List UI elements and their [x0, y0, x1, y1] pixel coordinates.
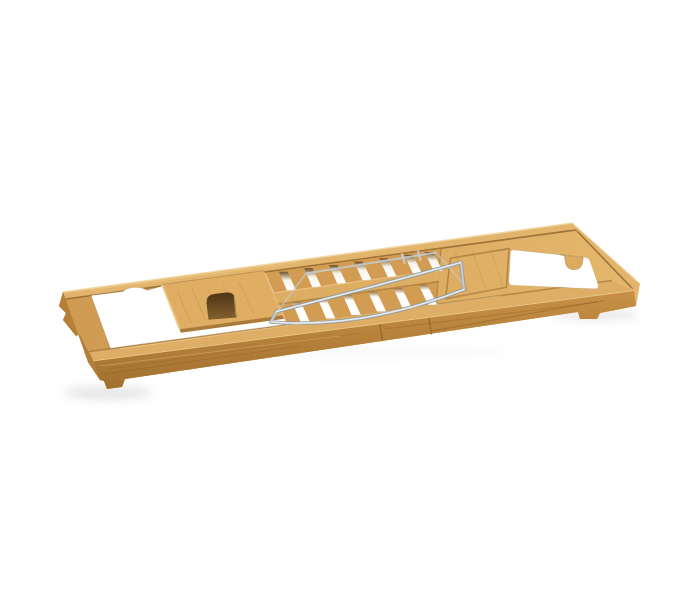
bathtub-caddy-photo: [0, 0, 700, 608]
product-photo-canvas: [0, 0, 700, 608]
